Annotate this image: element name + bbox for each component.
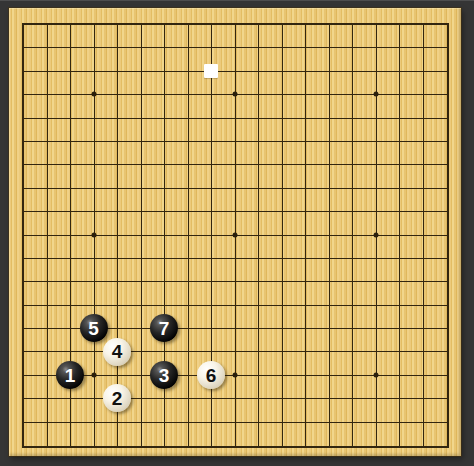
board-cell bbox=[306, 165, 330, 188]
board-cell bbox=[400, 142, 424, 165]
board-cell bbox=[424, 142, 448, 165]
board-cell bbox=[283, 259, 307, 282]
board-cell bbox=[353, 165, 377, 188]
board-cell bbox=[95, 423, 119, 446]
board-cell bbox=[118, 282, 142, 305]
board-cell bbox=[377, 142, 401, 165]
board-cell bbox=[377, 48, 401, 71]
star-point bbox=[373, 373, 378, 378]
board-cell bbox=[71, 142, 95, 165]
board-cell bbox=[212, 306, 236, 329]
board-cell bbox=[330, 282, 354, 305]
board-cell bbox=[259, 142, 283, 165]
board-cell bbox=[330, 142, 354, 165]
board-cell bbox=[424, 376, 448, 399]
board-cell bbox=[306, 48, 330, 71]
board-cell bbox=[212, 236, 236, 259]
board-cell bbox=[189, 259, 213, 282]
board-cell bbox=[353, 236, 377, 259]
board-cell bbox=[400, 236, 424, 259]
move-number: 5 bbox=[88, 319, 99, 338]
board-cell bbox=[377, 72, 401, 95]
board-cell bbox=[377, 259, 401, 282]
board-cell bbox=[283, 72, 307, 95]
board-cell bbox=[165, 259, 189, 282]
board-cell bbox=[24, 119, 48, 142]
board-cell bbox=[236, 376, 260, 399]
board-cell bbox=[259, 25, 283, 48]
board-cell bbox=[142, 236, 166, 259]
board-cell bbox=[118, 165, 142, 188]
board-cell bbox=[142, 189, 166, 212]
board-cell bbox=[71, 236, 95, 259]
board-cell bbox=[142, 423, 166, 446]
board-cell bbox=[95, 189, 119, 212]
board-cell bbox=[306, 423, 330, 446]
board-cell bbox=[118, 212, 142, 235]
star-point bbox=[91, 232, 96, 237]
board-cell bbox=[424, 306, 448, 329]
board-cell bbox=[259, 259, 283, 282]
board-cell bbox=[424, 189, 448, 212]
board-cell bbox=[189, 119, 213, 142]
board-cell bbox=[400, 352, 424, 375]
board-cell bbox=[377, 236, 401, 259]
board-cell bbox=[283, 306, 307, 329]
board-cell bbox=[24, 236, 48, 259]
board-cell bbox=[306, 142, 330, 165]
board-cell bbox=[306, 119, 330, 142]
board-cell bbox=[330, 329, 354, 352]
board-cell bbox=[330, 259, 354, 282]
board-cell bbox=[353, 259, 377, 282]
board-cell bbox=[118, 48, 142, 71]
board-cell bbox=[48, 423, 72, 446]
board-cell bbox=[400, 119, 424, 142]
board-cell bbox=[142, 212, 166, 235]
board-cell bbox=[142, 48, 166, 71]
board-cell bbox=[212, 25, 236, 48]
board-cell bbox=[212, 189, 236, 212]
board-cell bbox=[236, 282, 260, 305]
board-cell bbox=[142, 119, 166, 142]
board-cell bbox=[24, 72, 48, 95]
board-cell bbox=[400, 376, 424, 399]
board-cell bbox=[330, 423, 354, 446]
board-cell bbox=[330, 189, 354, 212]
board-cell bbox=[236, 259, 260, 282]
board-cell bbox=[71, 259, 95, 282]
board-cell bbox=[377, 212, 401, 235]
board-cell bbox=[212, 119, 236, 142]
board-cell bbox=[212, 165, 236, 188]
board-cell bbox=[353, 48, 377, 71]
board-cell bbox=[165, 165, 189, 188]
board-cell bbox=[24, 142, 48, 165]
board-cell bbox=[118, 236, 142, 259]
board-cell bbox=[189, 212, 213, 235]
board-cell bbox=[353, 189, 377, 212]
board-cell bbox=[71, 282, 95, 305]
star-point bbox=[373, 92, 378, 97]
board-cell bbox=[400, 48, 424, 71]
board-cell bbox=[377, 119, 401, 142]
board-cell bbox=[142, 259, 166, 282]
board-cell bbox=[377, 25, 401, 48]
board-cell bbox=[236, 189, 260, 212]
board-cell bbox=[330, 25, 354, 48]
board-cell bbox=[306, 376, 330, 399]
board-cell bbox=[306, 212, 330, 235]
board-cell bbox=[306, 95, 330, 118]
board-cell bbox=[283, 189, 307, 212]
board-cell bbox=[306, 329, 330, 352]
stone-black-G4[interactable]: 3 bbox=[150, 361, 178, 389]
board-cell bbox=[400, 212, 424, 235]
board-cell bbox=[259, 329, 283, 352]
board-cell bbox=[306, 25, 330, 48]
board-cell bbox=[283, 48, 307, 71]
board-cell bbox=[189, 95, 213, 118]
board-cell bbox=[48, 48, 72, 71]
board-cell bbox=[24, 212, 48, 235]
board-cell bbox=[24, 282, 48, 305]
move-number: 6 bbox=[206, 366, 217, 385]
board-cell bbox=[283, 165, 307, 188]
board-cell bbox=[259, 376, 283, 399]
board-cell bbox=[353, 95, 377, 118]
board-cell bbox=[306, 282, 330, 305]
board-cell bbox=[283, 95, 307, 118]
board-cell bbox=[424, 352, 448, 375]
board-cell bbox=[400, 165, 424, 188]
board-cell bbox=[71, 95, 95, 118]
board-cell bbox=[330, 165, 354, 188]
board-cell bbox=[95, 212, 119, 235]
board-cell bbox=[189, 142, 213, 165]
board-cell bbox=[400, 259, 424, 282]
board-cell bbox=[330, 399, 354, 422]
board-cell bbox=[424, 282, 448, 305]
board-cell bbox=[165, 236, 189, 259]
board-cell bbox=[118, 25, 142, 48]
board-cell bbox=[306, 189, 330, 212]
app-background: 1234567 bbox=[0, 0, 474, 466]
board-cell bbox=[24, 423, 48, 446]
board-cell bbox=[95, 165, 119, 188]
board-cell bbox=[189, 423, 213, 446]
board-cell bbox=[189, 165, 213, 188]
board-cell bbox=[400, 72, 424, 95]
board-cell bbox=[189, 282, 213, 305]
board-cell bbox=[118, 423, 142, 446]
board-cell bbox=[236, 142, 260, 165]
board-cell bbox=[142, 25, 166, 48]
board-cell bbox=[95, 236, 119, 259]
board-cell bbox=[142, 72, 166, 95]
board-cell bbox=[283, 119, 307, 142]
board-cell bbox=[424, 259, 448, 282]
board-cell bbox=[330, 306, 354, 329]
board-cell bbox=[283, 399, 307, 422]
board-cell bbox=[24, 165, 48, 188]
board-cell bbox=[48, 142, 72, 165]
board-cell bbox=[95, 95, 119, 118]
board-cell bbox=[95, 119, 119, 142]
star-point bbox=[91, 373, 96, 378]
board-cell bbox=[259, 236, 283, 259]
go-board[interactable]: 1234567 bbox=[9, 8, 461, 456]
board-cell bbox=[306, 72, 330, 95]
board-cell bbox=[95, 282, 119, 305]
move-number: 1 bbox=[65, 366, 76, 385]
board-cell bbox=[165, 189, 189, 212]
board-cell bbox=[377, 95, 401, 118]
board-cell bbox=[236, 423, 260, 446]
board-cell bbox=[353, 142, 377, 165]
board-cell bbox=[24, 48, 48, 71]
board-cell bbox=[424, 165, 448, 188]
board-cell bbox=[353, 376, 377, 399]
board-cell bbox=[400, 423, 424, 446]
stone-black-C4[interactable]: 1 bbox=[56, 361, 84, 389]
board-cell bbox=[306, 399, 330, 422]
board-cell bbox=[189, 189, 213, 212]
board-cell bbox=[189, 236, 213, 259]
board-cell bbox=[142, 282, 166, 305]
board-cell bbox=[24, 352, 48, 375]
board-cell bbox=[212, 95, 236, 118]
board-cell bbox=[424, 236, 448, 259]
board-cell bbox=[283, 423, 307, 446]
board-cell bbox=[259, 352, 283, 375]
board-cell bbox=[353, 306, 377, 329]
board-cell bbox=[306, 306, 330, 329]
board-cell bbox=[400, 282, 424, 305]
board-cell bbox=[118, 259, 142, 282]
board-cell bbox=[142, 142, 166, 165]
board-cell bbox=[424, 399, 448, 422]
star-point bbox=[373, 232, 378, 237]
board-cell bbox=[424, 48, 448, 71]
board-cell bbox=[48, 282, 72, 305]
board-cell bbox=[330, 48, 354, 71]
board-cell bbox=[48, 95, 72, 118]
board-cell bbox=[165, 72, 189, 95]
board-cell bbox=[118, 189, 142, 212]
board-cell bbox=[48, 25, 72, 48]
board-cell bbox=[142, 399, 166, 422]
board-cell bbox=[259, 306, 283, 329]
board-cell bbox=[236, 48, 260, 71]
board-cell bbox=[424, 95, 448, 118]
board-cell bbox=[48, 236, 72, 259]
board-cell bbox=[165, 423, 189, 446]
board-cell bbox=[236, 399, 260, 422]
board-cell bbox=[118, 72, 142, 95]
board-cell bbox=[165, 282, 189, 305]
board-cell bbox=[165, 95, 189, 118]
board-cell bbox=[236, 95, 260, 118]
board-cell bbox=[48, 399, 72, 422]
board-cell bbox=[212, 329, 236, 352]
board-cell bbox=[24, 189, 48, 212]
board-cell bbox=[118, 95, 142, 118]
board-cell bbox=[236, 119, 260, 142]
star-point bbox=[232, 232, 237, 237]
board-cell bbox=[400, 189, 424, 212]
board-cell bbox=[212, 142, 236, 165]
board-cell bbox=[330, 212, 354, 235]
move-number: 3 bbox=[159, 366, 170, 385]
stone-black-G6[interactable]: 7 bbox=[150, 314, 178, 342]
board-cell bbox=[259, 48, 283, 71]
board-cell bbox=[283, 376, 307, 399]
board-cell bbox=[330, 95, 354, 118]
board-cell bbox=[212, 423, 236, 446]
board-cell bbox=[95, 142, 119, 165]
board-cell bbox=[236, 25, 260, 48]
board-cell bbox=[165, 119, 189, 142]
board-cell bbox=[330, 72, 354, 95]
board-cell bbox=[165, 142, 189, 165]
board-cell bbox=[48, 165, 72, 188]
board-cell bbox=[165, 212, 189, 235]
board-cell bbox=[377, 165, 401, 188]
board-cell bbox=[330, 119, 354, 142]
board-cell bbox=[259, 282, 283, 305]
board-cell bbox=[306, 259, 330, 282]
board-cell bbox=[142, 165, 166, 188]
board-cell bbox=[259, 95, 283, 118]
board-cell bbox=[400, 25, 424, 48]
board-cell bbox=[400, 306, 424, 329]
board-cell bbox=[24, 306, 48, 329]
board-cell bbox=[377, 376, 401, 399]
board-cell bbox=[48, 72, 72, 95]
board-cell bbox=[259, 119, 283, 142]
board-cell bbox=[48, 189, 72, 212]
board-cell bbox=[212, 399, 236, 422]
board-cell bbox=[306, 236, 330, 259]
board-cell bbox=[95, 48, 119, 71]
board-cell bbox=[71, 119, 95, 142]
board-cell bbox=[48, 306, 72, 329]
stone-white-E5[interactable]: 4 bbox=[103, 338, 131, 366]
board-cell bbox=[212, 282, 236, 305]
board-cell bbox=[400, 329, 424, 352]
board-cell bbox=[118, 306, 142, 329]
board-cell bbox=[377, 282, 401, 305]
board-cell bbox=[377, 306, 401, 329]
board-cell bbox=[236, 72, 260, 95]
board-cell bbox=[236, 352, 260, 375]
board-cell bbox=[424, 423, 448, 446]
board-cell bbox=[353, 329, 377, 352]
board-cell bbox=[377, 423, 401, 446]
star-point bbox=[91, 92, 96, 97]
board-cell bbox=[259, 165, 283, 188]
board-cell bbox=[165, 48, 189, 71]
board-cell bbox=[71, 165, 95, 188]
board-cell bbox=[259, 423, 283, 446]
stone-black-D6[interactable]: 5 bbox=[80, 314, 108, 342]
board-cell bbox=[283, 25, 307, 48]
stone-white-J4[interactable]: 6 bbox=[197, 361, 225, 389]
board-cell bbox=[48, 119, 72, 142]
square-marker-J17 bbox=[204, 64, 218, 78]
board-cell bbox=[353, 423, 377, 446]
board-cell bbox=[377, 189, 401, 212]
board-cell bbox=[424, 329, 448, 352]
board-cell bbox=[424, 72, 448, 95]
board-cell bbox=[48, 212, 72, 235]
board-cell bbox=[283, 282, 307, 305]
board-cell bbox=[330, 352, 354, 375]
board-cell bbox=[118, 142, 142, 165]
board-cell bbox=[24, 399, 48, 422]
board-cell bbox=[377, 329, 401, 352]
board-cell bbox=[353, 282, 377, 305]
board-cell bbox=[24, 25, 48, 48]
board-cell bbox=[48, 329, 72, 352]
board-cell bbox=[95, 72, 119, 95]
move-number: 4 bbox=[112, 342, 123, 361]
board-cell bbox=[259, 399, 283, 422]
board-cell bbox=[283, 236, 307, 259]
board-cell bbox=[259, 189, 283, 212]
star-point bbox=[232, 373, 237, 378]
star-point bbox=[232, 92, 237, 97]
board-cell bbox=[118, 119, 142, 142]
board-cell bbox=[165, 25, 189, 48]
board-cell bbox=[189, 329, 213, 352]
board-cell bbox=[283, 329, 307, 352]
board-cell bbox=[165, 399, 189, 422]
board-cell bbox=[236, 329, 260, 352]
board-cell bbox=[212, 259, 236, 282]
board-cell bbox=[189, 25, 213, 48]
board-cell bbox=[95, 25, 119, 48]
board-cell bbox=[424, 212, 448, 235]
board-cell bbox=[24, 259, 48, 282]
board-cell bbox=[400, 399, 424, 422]
board-cell bbox=[71, 399, 95, 422]
board-cell bbox=[24, 95, 48, 118]
board-cell bbox=[24, 376, 48, 399]
board-cell bbox=[236, 236, 260, 259]
board-cell bbox=[259, 212, 283, 235]
board-cell bbox=[189, 399, 213, 422]
board-cell bbox=[71, 25, 95, 48]
board-cell bbox=[424, 119, 448, 142]
stone-white-E3[interactable]: 2 bbox=[103, 384, 131, 412]
board-cell bbox=[353, 119, 377, 142]
board-cell bbox=[283, 212, 307, 235]
board-cell bbox=[283, 142, 307, 165]
board-cell bbox=[24, 329, 48, 352]
board-cell bbox=[400, 95, 424, 118]
board-cell bbox=[71, 189, 95, 212]
board-cell bbox=[259, 72, 283, 95]
board-cell bbox=[236, 212, 260, 235]
board-cell bbox=[236, 165, 260, 188]
board-cell bbox=[142, 95, 166, 118]
board-cell bbox=[377, 399, 401, 422]
board-cell bbox=[424, 25, 448, 48]
board-cell bbox=[189, 306, 213, 329]
board-cell bbox=[353, 399, 377, 422]
